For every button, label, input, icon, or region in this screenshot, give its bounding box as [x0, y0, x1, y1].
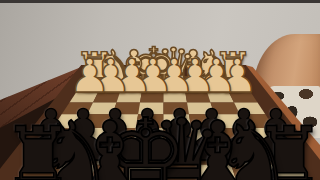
piece-layer: ♜♞♝♛♚♝♞♜♟♟♟♟♟♟♟♟♟♟♟♟♟♟♟♟♜♞♝♛♚♝♞♜: [0, 0, 320, 180]
chess-photo-scene: ♜♞♝♛♚♝♞♜♟♟♟♟♟♟♟♟♟♟♟♟♟♟♟♟♜♞♝♛♚♝♞♜: [0, 0, 320, 180]
piece-black-rook: ♜: [2, 116, 74, 180]
piece-white-pawn: ♟: [69, 53, 111, 99]
